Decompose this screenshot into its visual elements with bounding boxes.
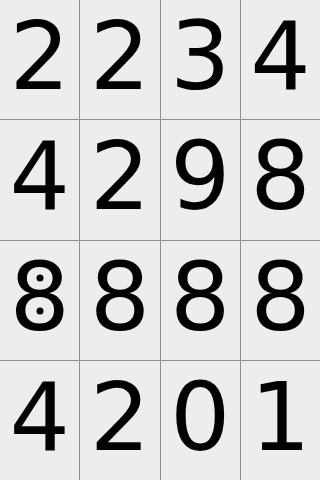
cell-r4c3[interactable]: 0: [161, 361, 240, 480]
digit: 2: [9, 9, 69, 104]
odd-eight-bottom-loop-dot: [36, 307, 43, 314]
cell-r3c1-odd-one-out[interactable]: 8: [0, 241, 79, 360]
cell-r4c4[interactable]: 1: [241, 361, 320, 480]
cell-r1c4[interactable]: 4: [241, 0, 320, 119]
cell-r2c2[interactable]: 2: [80, 120, 159, 239]
digit: 1: [250, 370, 310, 465]
odd-eight-top-loop-dot: [36, 274, 43, 281]
digit: 0: [170, 370, 230, 465]
digit: 9: [170, 129, 230, 224]
cell-r3c2[interactable]: 8: [80, 241, 159, 360]
cell-r3c4[interactable]: 8: [241, 241, 320, 360]
digit: 8: [170, 250, 230, 345]
cell-r1c2[interactable]: 2: [80, 0, 159, 119]
digit-grid-board: 2 2 3 4 4 2 9 8 8 8 8 8 4 2 0 1: [0, 0, 320, 480]
digit: 4: [250, 9, 310, 104]
digit: 4: [9, 129, 69, 224]
cell-r2c3[interactable]: 9: [161, 120, 240, 239]
digit: 8: [90, 250, 150, 345]
digit: 2: [90, 9, 150, 104]
digit: 8: [9, 250, 69, 345]
digit: 4: [9, 370, 69, 465]
digit: 8: [250, 129, 310, 224]
digit: 8: [250, 250, 310, 345]
cell-r2c4[interactable]: 8: [241, 120, 320, 239]
cell-r2c1[interactable]: 4: [0, 120, 79, 239]
digit: 2: [90, 370, 150, 465]
cell-r3c3[interactable]: 8: [161, 241, 240, 360]
cell-r4c2[interactable]: 2: [80, 361, 159, 480]
cell-r1c1[interactable]: 2: [0, 0, 79, 119]
cell-r4c1[interactable]: 4: [0, 361, 79, 480]
digit: 3: [170, 9, 230, 104]
digit: 2: [90, 129, 150, 224]
cell-r1c3[interactable]: 3: [161, 0, 240, 119]
